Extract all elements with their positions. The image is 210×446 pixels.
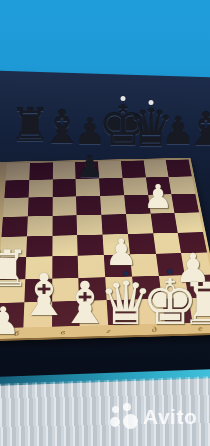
square-e5 (101, 214, 127, 234)
square-d2 (79, 277, 107, 301)
square-g4 (153, 232, 181, 253)
square-e8 (98, 161, 122, 178)
square-f6 (124, 195, 150, 214)
square-d3 (78, 255, 105, 278)
square-c8 (52, 162, 75, 179)
square-f3 (130, 254, 159, 277)
square-d8 (75, 161, 99, 178)
square-g6 (148, 194, 175, 213)
square-b1 (23, 302, 52, 328)
square-h6 (172, 194, 199, 213)
file-label-е: е (197, 324, 203, 331)
square-e3 (104, 254, 132, 277)
square-h1 (189, 298, 210, 323)
square-e1 (107, 300, 137, 325)
square-g3 (156, 253, 185, 276)
square-b8 (29, 162, 52, 179)
board-grid (0, 159, 210, 328)
square-g8 (143, 160, 168, 177)
square-h4 (178, 232, 207, 253)
file-label-д: д (151, 326, 157, 333)
square-e4 (103, 234, 130, 255)
square-d6 (76, 196, 101, 215)
square-a1 (0, 303, 24, 329)
square-h5 (175, 212, 203, 232)
square-f8 (121, 160, 146, 177)
square-h7 (169, 176, 196, 194)
square-d7 (76, 178, 100, 196)
square-b4 (26, 236, 52, 258)
square-c5 (52, 215, 77, 235)
chess-board: бвгде (0, 158, 210, 342)
square-c3 (52, 256, 79, 279)
square-a7 (4, 180, 29, 198)
square-h3 (181, 253, 210, 276)
square-a3 (0, 257, 26, 280)
square-d5 (77, 215, 103, 235)
square-h8 (166, 159, 192, 176)
square-f4 (128, 233, 156, 254)
square-c2 (52, 278, 80, 302)
square-g5 (150, 213, 178, 233)
square-f2 (132, 276, 162, 300)
square-d1 (79, 300, 108, 326)
square-b6 (28, 197, 53, 216)
square-a6 (3, 198, 28, 217)
square-b7 (28, 179, 52, 197)
square-a4 (0, 236, 27, 258)
square-g1 (161, 298, 192, 323)
square-c4 (52, 235, 78, 256)
square-b3 (25, 256, 52, 279)
square-a5 (1, 216, 27, 236)
square-f5 (126, 213, 153, 233)
square-c7 (52, 179, 76, 197)
file-label-б: б (14, 329, 19, 337)
square-d4 (77, 234, 103, 255)
square-e7 (99, 178, 124, 196)
square-e6 (100, 195, 126, 214)
square-a8 (6, 163, 30, 180)
square-g7 (145, 177, 171, 195)
square-b5 (27, 216, 52, 236)
avito-logo-icon (110, 402, 138, 432)
square-b2 (24, 278, 52, 302)
square-c6 (52, 197, 77, 216)
avito-logo-text: Avito (143, 405, 197, 429)
square-a2 (0, 279, 25, 303)
square-h2 (185, 274, 210, 298)
square-f1 (134, 299, 165, 324)
square-g2 (158, 275, 188, 299)
listing-photo-scene: бвгде ♜♝♟♚♛♟♝♟♟♜♟♟♟♝♝♛♚♜ Avito (0, 0, 210, 446)
square-e2 (105, 276, 134, 300)
avito-watermark: Avito (110, 402, 197, 432)
square-c1 (52, 301, 80, 327)
file-label-г: г (106, 327, 110, 334)
file-label-в: в (61, 328, 65, 336)
square-f7 (122, 177, 148, 195)
